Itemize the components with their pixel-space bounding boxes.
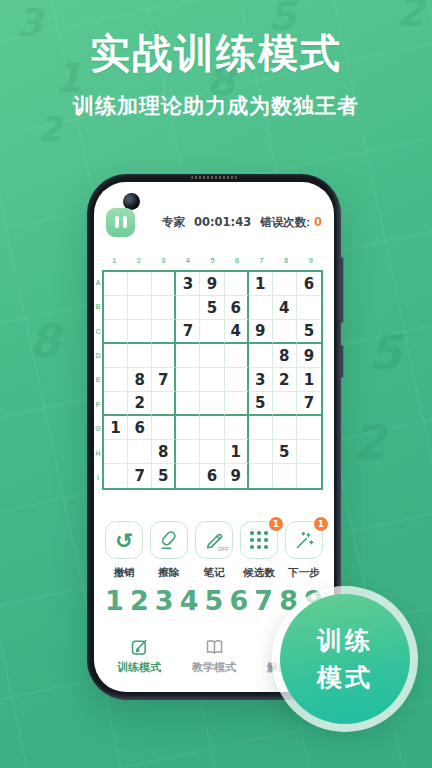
sudoku-cell[interactable]: 5	[273, 440, 297, 464]
board-column-labels: 123456789	[102, 256, 323, 265]
sudoku-cell[interactable]	[152, 416, 176, 440]
next-step-tool[interactable]: 1 下一步	[284, 521, 324, 580]
numpad-5[interactable]: 5	[205, 586, 224, 616]
sudoku-cell[interactable]: 6	[200, 464, 224, 488]
sudoku-cell[interactable]: 1	[297, 368, 321, 392]
difficulty-label: 专家	[162, 215, 185, 230]
sudoku-cell[interactable]	[200, 440, 224, 464]
candidates-grid-icon	[250, 531, 268, 549]
magic-wand-icon	[293, 529, 315, 551]
sudoku-cell[interactable]	[225, 344, 249, 368]
sudoku-cell[interactable]: 9	[249, 320, 273, 344]
row-label: G	[94, 417, 102, 441]
column-label: 3	[151, 256, 176, 265]
row-label: F	[94, 392, 102, 416]
tool-label: 候选数	[243, 566, 275, 580]
undo-tool[interactable]: ↺ 撤销	[104, 521, 144, 580]
speaker-grille	[191, 176, 237, 179]
sudoku-cell[interactable]	[176, 344, 200, 368]
sudoku-cell[interactable]	[200, 392, 224, 416]
pause-icon	[115, 216, 119, 228]
sudoku-cell[interactable]	[200, 368, 224, 392]
tab-label: 训练模式	[117, 660, 161, 675]
sudoku-cell[interactable]	[104, 272, 128, 296]
erase-button[interactable]	[150, 521, 188, 559]
numpad-3[interactable]: 3	[155, 586, 174, 616]
notes-button[interactable]: OFF	[195, 521, 233, 559]
game-status-bar: 专家 00:01:43 错误次数: 0	[106, 207, 322, 237]
sudoku-cell[interactable]	[128, 344, 152, 368]
sudoku-cell[interactable]: 8	[273, 344, 297, 368]
tool-label: 擦除	[159, 566, 180, 580]
timer-value: 00:01:43	[194, 215, 251, 229]
fab-label-line2: 模式	[317, 659, 373, 696]
sudoku-cell[interactable]	[200, 344, 224, 368]
sudoku-cell[interactable]	[104, 320, 128, 344]
sudoku-board: 391656474958987321257168157569	[102, 270, 323, 490]
sudoku-cell[interactable]	[249, 296, 273, 320]
sudoku-cell[interactable]	[128, 320, 152, 344]
board-row-labels: ABCDEFGHI	[94, 270, 102, 490]
column-label: 2	[127, 256, 152, 265]
column-label: 6	[225, 256, 250, 265]
sudoku-cell[interactable]	[176, 392, 200, 416]
sudoku-cell[interactable]: 5	[297, 320, 321, 344]
sudoku-cell[interactable]	[200, 416, 224, 440]
numpad-4[interactable]: 4	[180, 586, 199, 616]
column-label: 8	[274, 256, 299, 265]
sudoku-cell[interactable]	[176, 440, 200, 464]
tool-label: 笔记	[204, 566, 225, 580]
volume-button	[340, 257, 344, 323]
sudoku-cell[interactable]: 6	[128, 416, 152, 440]
pause-icon	[123, 216, 127, 228]
sudoku-cell[interactable]: 3	[249, 368, 273, 392]
sudoku-cell[interactable]	[152, 320, 176, 344]
sudoku-cell[interactable]	[104, 464, 128, 488]
sudoku-cell[interactable]	[297, 464, 321, 488]
sudoku-cell[interactable]	[152, 272, 176, 296]
column-label: 4	[176, 256, 201, 265]
sudoku-cell[interactable]: 8	[152, 440, 176, 464]
sudoku-cell[interactable]	[104, 344, 128, 368]
candidates-badge: 1	[269, 517, 283, 531]
sudoku-cell[interactable]: 9	[225, 464, 249, 488]
sudoku-cell[interactable]: 1	[104, 416, 128, 440]
sudoku-cell[interactable]	[104, 392, 128, 416]
numpad-7[interactable]: 7	[254, 586, 273, 616]
sudoku-cell[interactable]: 9	[297, 344, 321, 368]
sudoku-cell[interactable]	[297, 296, 321, 320]
tab-teaching-mode[interactable]: 教学模式	[183, 636, 245, 675]
sudoku-cell[interactable]	[273, 392, 297, 416]
next-step-button[interactable]: 1	[285, 521, 323, 559]
row-label: D	[94, 343, 102, 367]
sudoku-cell[interactable]: 2	[273, 368, 297, 392]
sudoku-cell[interactable]: 8	[128, 368, 152, 392]
sudoku-cell[interactable]	[273, 464, 297, 488]
column-label: 7	[249, 256, 274, 265]
undo-button[interactable]: ↺	[105, 521, 143, 559]
numpad-1[interactable]: 1	[105, 586, 124, 616]
sudoku-cell[interactable]	[297, 440, 321, 464]
sudoku-cell[interactable]: 4	[225, 320, 249, 344]
eraser-icon	[158, 529, 180, 551]
notes-tool[interactable]: OFF 笔记	[194, 521, 234, 580]
sudoku-cell[interactable]	[104, 296, 128, 320]
row-label: I	[94, 466, 102, 490]
sudoku-cell[interactable]	[176, 296, 200, 320]
pause-button[interactable]	[106, 208, 135, 237]
sudoku-cell[interactable]	[128, 296, 152, 320]
sudoku-cell[interactable]: 2	[128, 392, 152, 416]
row-label: B	[94, 294, 102, 318]
row-label: H	[94, 441, 102, 465]
numpad-2[interactable]: 2	[130, 586, 149, 616]
errors-count: 0	[314, 215, 322, 229]
sudoku-cell[interactable]: 7	[176, 320, 200, 344]
sudoku-cell[interactable]: 6	[297, 272, 321, 296]
candidates-button[interactable]: 1	[240, 521, 278, 559]
sudoku-cell[interactable]	[249, 344, 273, 368]
numpad-6[interactable]: 6	[229, 586, 248, 616]
tab-label: 教学模式	[192, 660, 236, 675]
training-mode-fab-halo: 训练 模式	[272, 586, 418, 732]
sudoku-cell[interactable]	[249, 440, 273, 464]
undo-icon: ↺	[115, 530, 133, 551]
tool-label: 撤销	[114, 566, 135, 580]
page-title: 实战训练模式	[0, 26, 432, 81]
sudoku-cell[interactable]	[152, 392, 176, 416]
sudoku-cell[interactable]	[176, 464, 200, 488]
sudoku-cell[interactable]	[249, 416, 273, 440]
sudoku-cell[interactable]	[176, 416, 200, 440]
page-subtitle: 训练加理论助力成为数独王者	[0, 92, 432, 120]
sudoku-cell[interactable]	[200, 320, 224, 344]
edit-square-icon	[129, 636, 150, 657]
toolbar: ↺ 撤销 擦除	[104, 521, 324, 580]
notes-off-state: OFF	[218, 546, 229, 552]
sudoku-cell[interactable]: 6	[225, 296, 249, 320]
sudoku-cell[interactable]: 5	[152, 464, 176, 488]
sudoku-cell[interactable]: 9	[200, 272, 224, 296]
sudoku-cell[interactable]	[273, 416, 297, 440]
sudoku-cell[interactable]: 3	[176, 272, 200, 296]
row-label: E	[94, 368, 102, 392]
next-step-badge: 1	[314, 517, 328, 531]
errors-label: 错误次数:	[260, 215, 310, 230]
sudoku-cell[interactable]	[128, 272, 152, 296]
sudoku-cell[interactable]	[152, 344, 176, 368]
column-label: 5	[200, 256, 225, 265]
training-mode-fab[interactable]: 训练 模式	[280, 594, 410, 724]
background-number: 5	[368, 328, 401, 376]
column-label: 1	[102, 256, 127, 265]
sudoku-cell[interactable]	[128, 440, 152, 464]
sudoku-cell[interactable]	[225, 416, 249, 440]
sudoku-cell[interactable]: 5	[200, 296, 224, 320]
sudoku-cell[interactable]: 7	[152, 368, 176, 392]
tab-training-mode[interactable]: 训练模式	[108, 636, 170, 675]
candidates-tool[interactable]: 1 候选数	[239, 521, 279, 580]
background-number: 8	[28, 318, 60, 364]
power-button	[340, 345, 344, 378]
sudoku-cell[interactable]: 4	[273, 296, 297, 320]
sudoku-cell[interactable]	[273, 272, 297, 296]
sudoku-cell[interactable]: 7	[297, 392, 321, 416]
sudoku-cell[interactable]	[104, 440, 128, 464]
tool-label: 下一步	[288, 566, 320, 580]
fab-label-line1: 训练	[317, 622, 373, 659]
row-label: A	[94, 270, 102, 294]
sudoku-cell[interactable]	[104, 368, 128, 392]
background-number: 2	[352, 418, 385, 466]
sudoku-cell[interactable]	[273, 320, 297, 344]
sudoku-cell[interactable]	[152, 296, 176, 320]
sudoku-cell[interactable]	[176, 368, 200, 392]
sudoku-cell[interactable]: 1	[249, 272, 273, 296]
sudoku-cell[interactable]	[225, 368, 249, 392]
sudoku-cell[interactable]	[225, 272, 249, 296]
sudoku-cell[interactable]	[225, 392, 249, 416]
sudoku-cell[interactable]: 7	[128, 464, 152, 488]
column-label: 9	[298, 256, 323, 265]
erase-tool[interactable]: 擦除	[149, 521, 189, 580]
sudoku-cell[interactable]: 5	[249, 392, 273, 416]
book-icon	[204, 636, 225, 657]
sudoku-cell[interactable]	[249, 464, 273, 488]
sudoku-cell[interactable]: 1	[225, 440, 249, 464]
row-label: C	[94, 319, 102, 343]
sudoku-cell[interactable]	[297, 416, 321, 440]
